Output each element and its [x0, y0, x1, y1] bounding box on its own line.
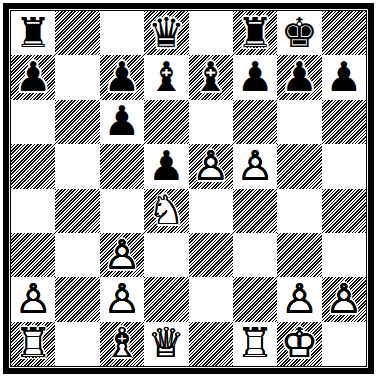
square-a5 [11, 144, 55, 188]
board-frame: ♜♜♛♛♜♜♚♚♟♟♟♟♝♝♝♝♟♟♟♟♟♟♟♟♟♟♟♙♟♙♞♘♟♙♟♙♟♙♟♙… [3, 3, 374, 374]
white-pawn-a2: ♟♙ [11, 277, 55, 321]
black-pawn-f7: ♟♟ [233, 55, 277, 99]
square-e7: ♝♝ [189, 55, 233, 99]
square-f4 [233, 189, 277, 233]
piece-glyph: ♙ [100, 277, 144, 321]
square-c2: ♟♙ [100, 277, 144, 321]
square-d8: ♛♛ [144, 11, 188, 55]
square-g6 [277, 100, 321, 144]
square-a7: ♟♟ [11, 55, 55, 99]
square-h7: ♟♟ [322, 55, 366, 99]
square-a2: ♟♙ [11, 277, 55, 321]
square-b4 [55, 189, 99, 233]
black-bishop-d7: ♝♝ [144, 55, 188, 99]
square-c6: ♟♟ [100, 100, 144, 144]
square-d5: ♟♟ [144, 144, 188, 188]
square-e5: ♟♙ [189, 144, 233, 188]
piece-glyph: ♘ [144, 189, 188, 233]
square-h4 [322, 189, 366, 233]
piece-glyph: ♟ [233, 55, 277, 99]
piece-glyph: ♜ [11, 11, 55, 55]
black-pawn-c6: ♟♟ [100, 100, 144, 144]
square-b2 [55, 277, 99, 321]
piece-glyph: ♖ [11, 322, 55, 366]
square-b5 [55, 144, 99, 188]
piece-glyph: ♟ [144, 144, 188, 188]
square-h1 [322, 322, 366, 366]
piece-glyph: ♚ [277, 11, 321, 55]
piece-glyph: ♙ [233, 144, 277, 188]
black-pawn-g7: ♟♟ [277, 55, 321, 99]
square-b3 [55, 233, 99, 277]
black-pawn-c7: ♟♟ [100, 55, 144, 99]
square-c5 [100, 144, 144, 188]
square-f1: ♜♖ [233, 322, 277, 366]
square-a1: ♜♖ [11, 322, 55, 366]
square-d4: ♞♘ [144, 189, 188, 233]
piece-glyph: ♔ [277, 322, 321, 366]
square-f7: ♟♟ [233, 55, 277, 99]
white-pawn-f5: ♟♙ [233, 144, 277, 188]
piece-glyph: ♙ [11, 277, 55, 321]
square-e2 [189, 277, 233, 321]
square-b1 [55, 322, 99, 366]
square-e4 [189, 189, 233, 233]
white-bishop-c1: ♝♗ [100, 322, 144, 366]
square-d3 [144, 233, 188, 277]
piece-glyph: ♟ [100, 100, 144, 144]
square-c7: ♟♟ [100, 55, 144, 99]
piece-glyph: ♝ [189, 55, 233, 99]
square-f8: ♜♜ [233, 11, 277, 55]
square-d6 [144, 100, 188, 144]
square-e1 [189, 322, 233, 366]
piece-glyph: ♗ [100, 322, 144, 366]
square-e6 [189, 100, 233, 144]
square-d7: ♝♝ [144, 55, 188, 99]
black-pawn-h7: ♟♟ [322, 55, 366, 99]
square-h2: ♟♙ [322, 277, 366, 321]
square-g5 [277, 144, 321, 188]
square-c1: ♝♗ [100, 322, 144, 366]
white-pawn-c2: ♟♙ [100, 277, 144, 321]
piece-glyph: ♙ [189, 144, 233, 188]
black-pawn-a7: ♟♟ [11, 55, 55, 99]
white-queen-d1: ♛♕ [144, 322, 188, 366]
square-g4 [277, 189, 321, 233]
square-g1: ♚♔ [277, 322, 321, 366]
piece-glyph: ♖ [233, 322, 277, 366]
square-d2 [144, 277, 188, 321]
square-a3 [11, 233, 55, 277]
square-e8 [189, 11, 233, 55]
square-g8: ♚♚ [277, 11, 321, 55]
piece-glyph: ♟ [322, 55, 366, 99]
black-pawn-d5: ♟♟ [144, 144, 188, 188]
white-pawn-g2: ♟♙ [277, 277, 321, 321]
square-c8 [100, 11, 144, 55]
piece-glyph: ♙ [277, 277, 321, 321]
square-h3 [322, 233, 366, 277]
square-g2: ♟♙ [277, 277, 321, 321]
square-e3 [189, 233, 233, 277]
white-pawn-c3: ♟♙ [100, 233, 144, 277]
piece-glyph: ♟ [100, 55, 144, 99]
square-b6 [55, 100, 99, 144]
square-f2 [233, 277, 277, 321]
square-c4 [100, 189, 144, 233]
square-h8 [322, 11, 366, 55]
piece-glyph: ♜ [233, 11, 277, 55]
piece-glyph: ♙ [100, 233, 144, 277]
piece-glyph: ♝ [144, 55, 188, 99]
piece-glyph: ♟ [277, 55, 321, 99]
white-king-g1: ♚♔ [277, 322, 321, 366]
white-pawn-e5: ♟♙ [189, 144, 233, 188]
square-f3 [233, 233, 277, 277]
square-a8: ♜♜ [11, 11, 55, 55]
square-f5: ♟♙ [233, 144, 277, 188]
square-a4 [11, 189, 55, 233]
piece-glyph: ♙ [322, 277, 366, 321]
black-rook-a8: ♜♜ [11, 11, 55, 55]
square-b7 [55, 55, 99, 99]
black-queen-d8: ♛♛ [144, 11, 188, 55]
white-knight-d4: ♞♘ [144, 189, 188, 233]
piece-glyph: ♛ [144, 11, 188, 55]
chess-diagram: ♜♜♛♛♜♜♚♚♟♟♟♟♝♝♝♝♟♟♟♟♟♟♟♟♟♟♟♙♟♙♞♘♟♙♟♙♟♙♟♙… [0, 0, 377, 377]
white-rook-a1: ♜♖ [11, 322, 55, 366]
square-c3: ♟♙ [100, 233, 144, 277]
square-h5 [322, 144, 366, 188]
piece-glyph: ♕ [144, 322, 188, 366]
square-g7: ♟♟ [277, 55, 321, 99]
square-d1: ♛♕ [144, 322, 188, 366]
black-rook-f8: ♜♜ [233, 11, 277, 55]
chess-board: ♜♜♛♛♜♜♚♚♟♟♟♟♝♝♝♝♟♟♟♟♟♟♟♟♟♟♟♙♟♙♞♘♟♙♟♙♟♙♟♙… [11, 11, 366, 366]
piece-glyph: ♟ [11, 55, 55, 99]
square-f6 [233, 100, 277, 144]
square-a6 [11, 100, 55, 144]
square-h6 [322, 100, 366, 144]
white-rook-f1: ♜♖ [233, 322, 277, 366]
white-pawn-h2: ♟♙ [322, 277, 366, 321]
black-bishop-e7: ♝♝ [189, 55, 233, 99]
square-b8 [55, 11, 99, 55]
black-king-g8: ♚♚ [277, 11, 321, 55]
square-g3 [277, 233, 321, 277]
